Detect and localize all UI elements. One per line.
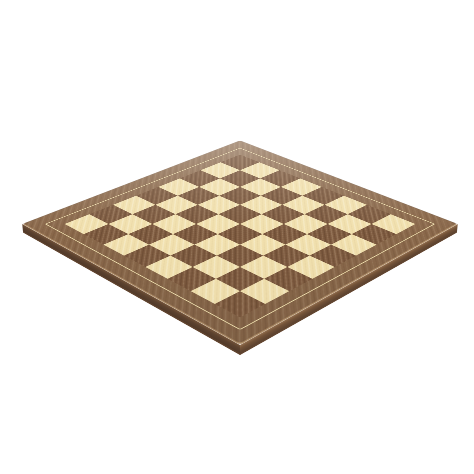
board-squares-grid bbox=[65, 155, 416, 318]
product-photo-scene bbox=[0, 0, 474, 474]
page-background: { "game": "chess", "position": "8/8/8/8/… bbox=[0, 0, 474, 474]
chess-board bbox=[22, 140, 458, 345]
board-top-surface bbox=[22, 140, 458, 345]
